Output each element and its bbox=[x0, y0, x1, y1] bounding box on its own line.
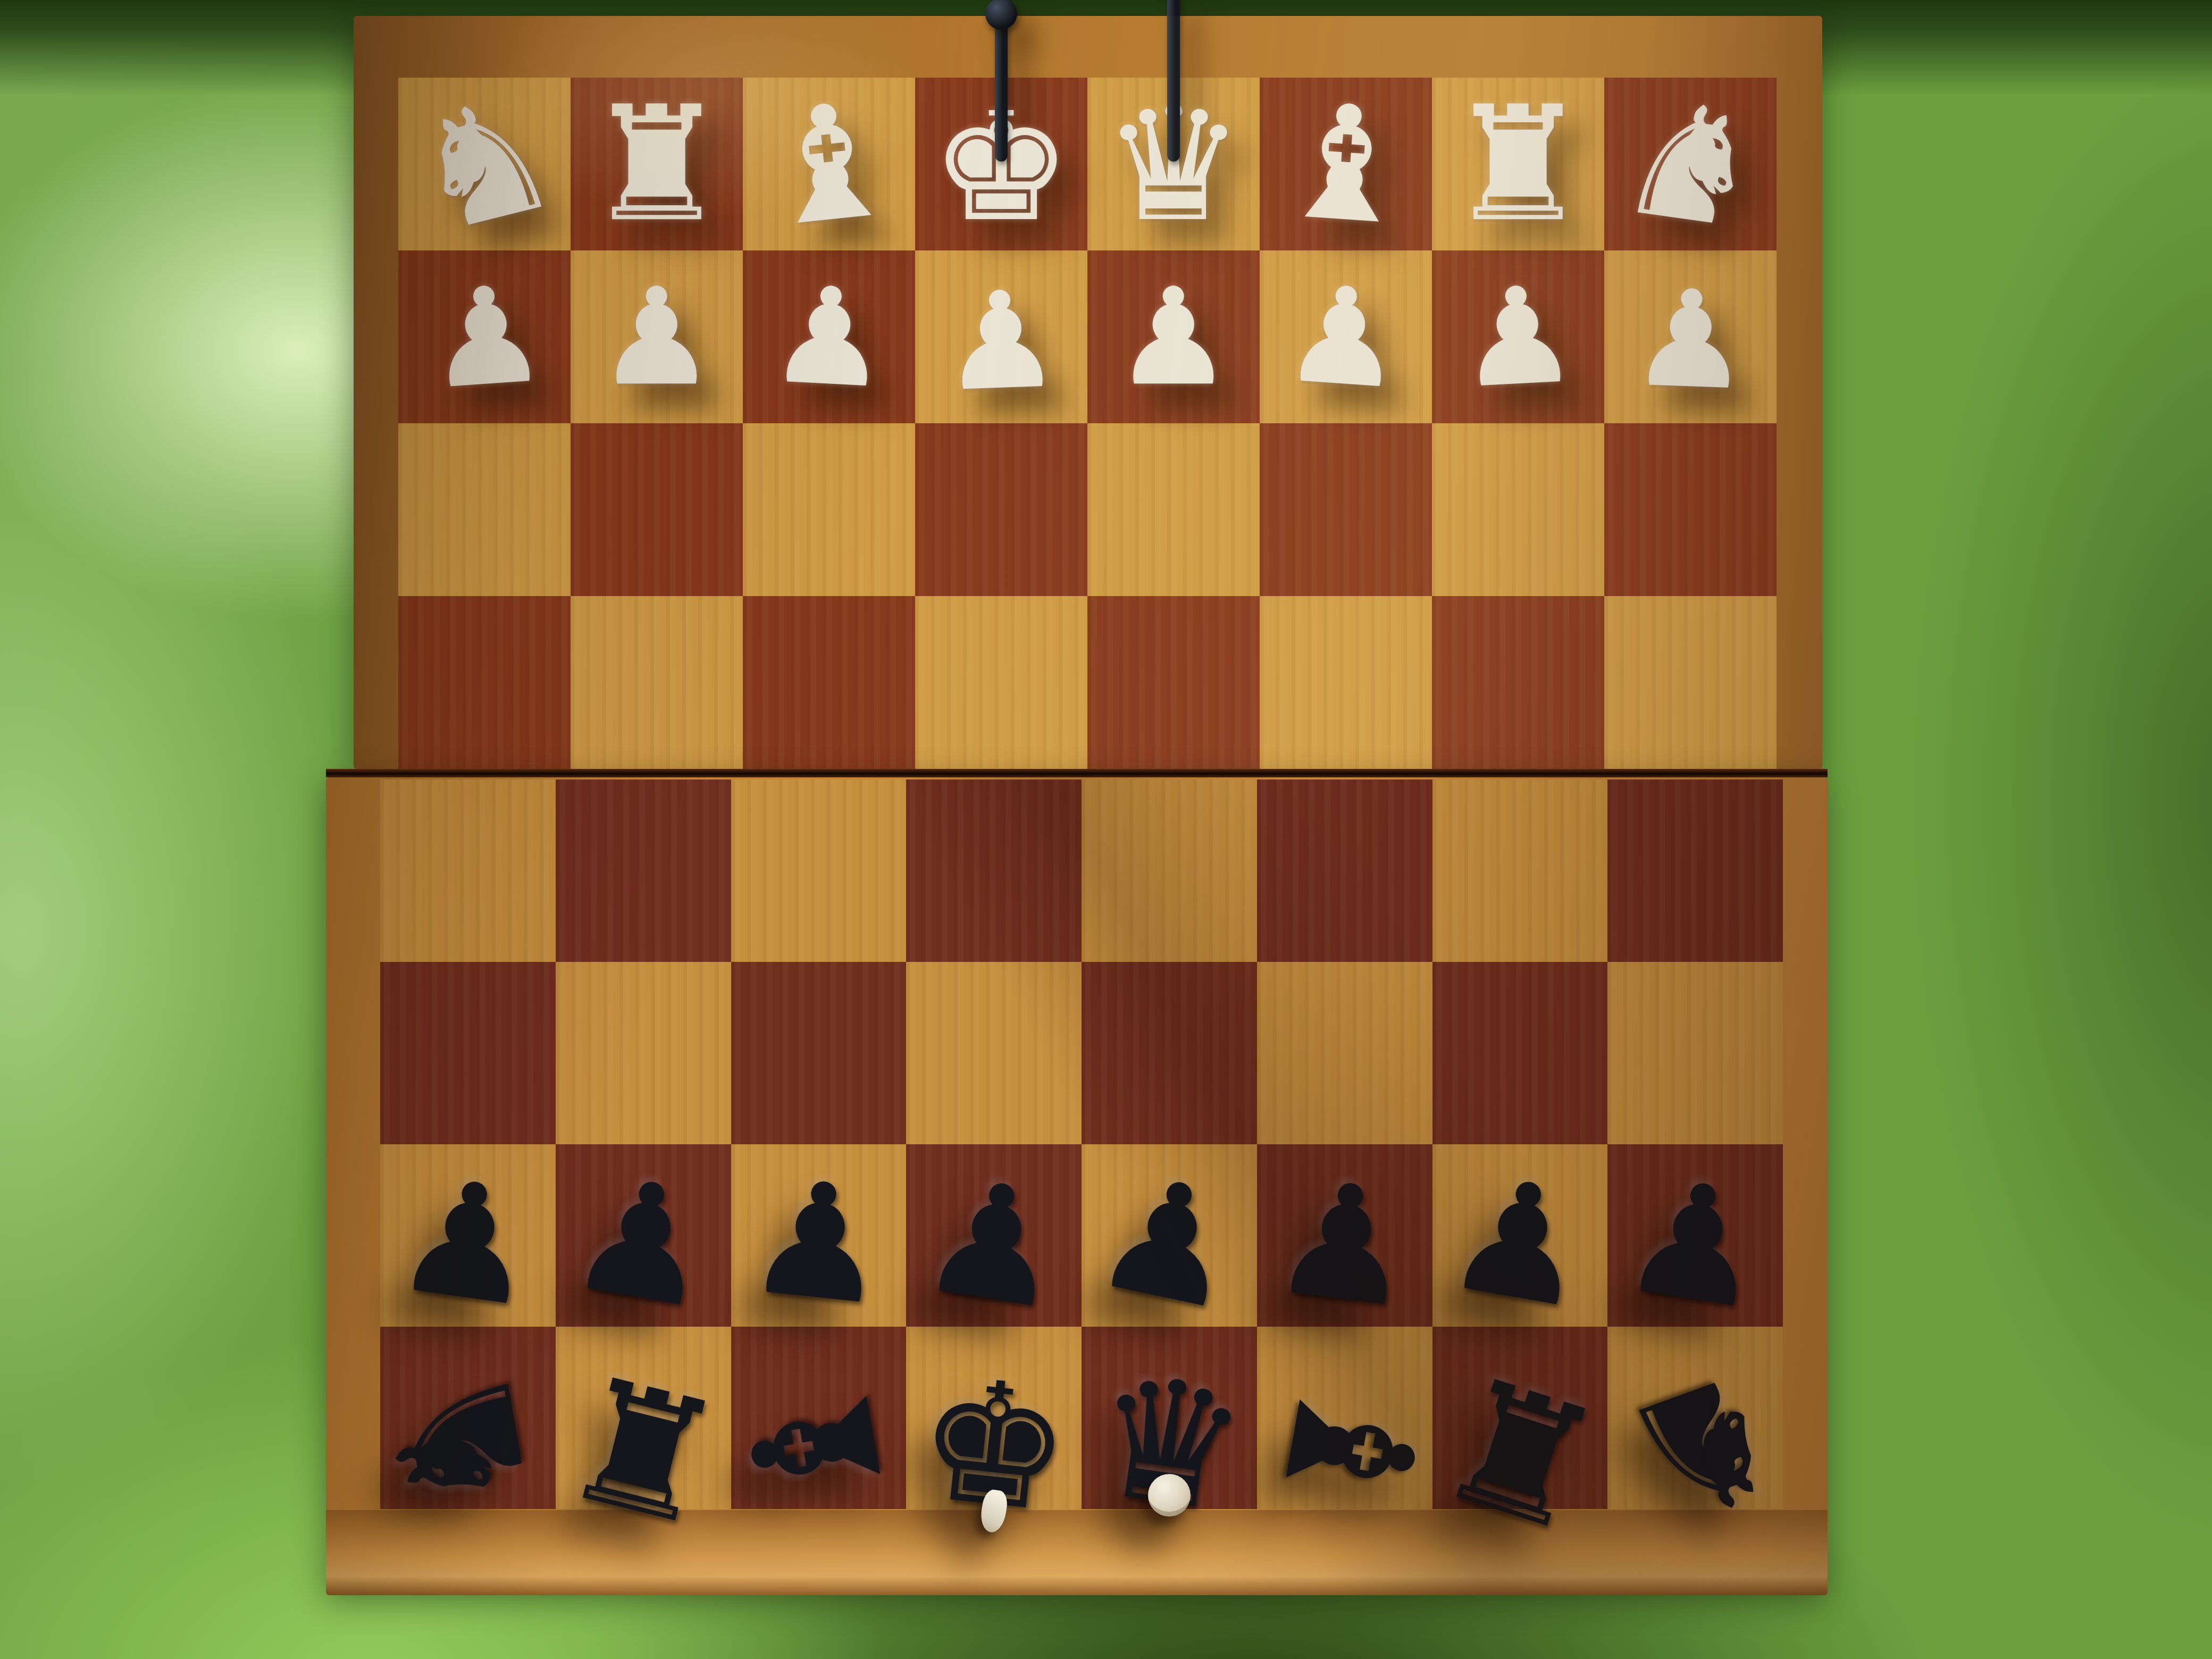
white-pawn-b2[interactable]: ♟ bbox=[1432, 250, 1604, 423]
square-b7[interactable]: ♟ bbox=[1432, 1144, 1608, 1327]
white-bishop-f1[interactable]: ♝ bbox=[743, 78, 915, 250]
black-rook-g8[interactable]: ♜ bbox=[556, 1327, 731, 1509]
square-c7[interactable]: ♟ bbox=[1257, 1144, 1432, 1327]
square-f8[interactable]: ♝ bbox=[731, 1327, 907, 1509]
square-f5[interactable] bbox=[731, 780, 907, 962]
square-b1[interactable]: ♜ bbox=[1432, 78, 1604, 250]
square-f2[interactable]: ♟ bbox=[743, 250, 915, 423]
square-c8[interactable]: ♝ bbox=[1257, 1327, 1432, 1509]
square-g4[interactable] bbox=[571, 596, 743, 769]
black-rook-b8[interactable]: ♜ bbox=[1432, 1327, 1608, 1509]
black-pawn-a7[interactable]: ♟ bbox=[1607, 1144, 1783, 1327]
square-h5[interactable] bbox=[380, 780, 556, 962]
square-d2[interactable]: ♟ bbox=[1087, 250, 1260, 423]
square-a1[interactable]: ♞ bbox=[1604, 78, 1777, 250]
square-h3[interactable] bbox=[398, 423, 571, 596]
white-king-e1[interactable]: ♚ bbox=[915, 78, 1087, 250]
black-bishop-c8[interactable]: ♝ bbox=[1257, 1327, 1432, 1509]
white-bishop-c1[interactable]: ♝ bbox=[1260, 78, 1432, 250]
black-pawn-d7[interactable]: ♟ bbox=[1082, 1144, 1257, 1327]
white-pawn-h2[interactable]: ♟ bbox=[398, 250, 571, 423]
square-d4[interactable] bbox=[1087, 596, 1260, 769]
black-pawn-f7[interactable]: ♟ bbox=[731, 1144, 907, 1327]
square-h4[interactable] bbox=[398, 596, 571, 769]
square-f3[interactable] bbox=[743, 423, 915, 596]
square-d5[interactable] bbox=[1082, 780, 1257, 962]
white-pawn-e2[interactable]: ♟ bbox=[915, 250, 1087, 423]
square-f4[interactable] bbox=[743, 596, 915, 769]
square-e3[interactable] bbox=[915, 423, 1087, 596]
square-e1[interactable]: ♚ bbox=[915, 78, 1087, 250]
square-d7[interactable]: ♟ bbox=[1082, 1144, 1257, 1327]
black-queen-d8[interactable]: ♛ bbox=[1082, 1327, 1257, 1509]
square-g7[interactable]: ♟ bbox=[556, 1144, 731, 1327]
square-a8[interactable]: ♞ bbox=[1607, 1327, 1783, 1509]
square-e6[interactable] bbox=[906, 962, 1082, 1144]
square-a3[interactable] bbox=[1604, 423, 1777, 596]
square-c6[interactable] bbox=[1257, 962, 1432, 1144]
square-b8[interactable]: ♜ bbox=[1432, 1327, 1608, 1509]
square-f1[interactable]: ♝ bbox=[743, 78, 915, 250]
square-h1[interactable]: ♞ bbox=[398, 78, 571, 250]
dark-finial-knob bbox=[985, 0, 1017, 30]
square-a2[interactable]: ♟ bbox=[1604, 250, 1777, 423]
square-e7[interactable]: ♟ bbox=[906, 1144, 1082, 1327]
board-squares-bottom: ♟♟♟♟♟♟♟♟♞♜♝♚♛♝♜♞ bbox=[380, 780, 1783, 1509]
black-pawn-h7[interactable]: ♟ bbox=[380, 1144, 556, 1327]
white-knight-a1[interactable]: ♞ bbox=[1604, 78, 1777, 250]
square-b4[interactable] bbox=[1432, 596, 1604, 769]
square-a5[interactable] bbox=[1607, 780, 1783, 962]
square-g8[interactable]: ♜ bbox=[556, 1327, 731, 1509]
board-hinge-seam bbox=[326, 769, 1828, 777]
white-pawn-f2[interactable]: ♟ bbox=[743, 250, 915, 423]
square-b5[interactable] bbox=[1432, 780, 1608, 962]
square-f6[interactable] bbox=[731, 962, 907, 1144]
black-king-e8[interactable]: ♚ bbox=[906, 1327, 1082, 1509]
square-h2[interactable]: ♟ bbox=[398, 250, 571, 423]
photo-canvas: ♞♜♝♚♛♝♜♞♟♟♟♟♟♟♟♟ ♟♟♟♟♟♟♟♟♞♜♝♚♛♝♜♞ bbox=[0, 0, 2212, 1659]
square-c2[interactable]: ♟ bbox=[1260, 250, 1432, 423]
square-a6[interactable] bbox=[1607, 962, 1783, 1144]
square-g6[interactable] bbox=[556, 962, 731, 1144]
board-bottom-half: ♟♟♟♟♟♟♟♟♞♜♝♚♛♝♜♞ bbox=[326, 777, 1828, 1595]
black-bishop-f8[interactable]: ♝ bbox=[731, 1327, 907, 1509]
board-top-half: ♞♜♝♚♛♝♜♞♟♟♟♟♟♟♟♟ bbox=[354, 16, 1822, 769]
square-g3[interactable] bbox=[571, 423, 743, 596]
black-pawn-c7[interactable]: ♟ bbox=[1257, 1144, 1432, 1327]
square-e4[interactable] bbox=[915, 596, 1087, 769]
square-b3[interactable] bbox=[1432, 423, 1604, 596]
square-a4[interactable] bbox=[1604, 596, 1777, 769]
black-pawn-b7[interactable]: ♟ bbox=[1432, 1144, 1608, 1327]
black-knight-h8[interactable]: ♞ bbox=[380, 1327, 556, 1509]
white-pawn-a2[interactable]: ♟ bbox=[1604, 250, 1777, 423]
square-b2[interactable]: ♟ bbox=[1432, 250, 1604, 423]
square-c3[interactable] bbox=[1260, 423, 1432, 596]
square-h7[interactable]: ♟ bbox=[380, 1144, 556, 1327]
square-g2[interactable]: ♟ bbox=[571, 250, 743, 423]
square-g1[interactable]: ♜ bbox=[571, 78, 743, 250]
square-a7[interactable]: ♟ bbox=[1607, 1144, 1783, 1327]
white-pawn-g2[interactable]: ♟ bbox=[571, 250, 743, 423]
white-rook-g1[interactable]: ♜ bbox=[571, 78, 743, 250]
white-knight-h1[interactable]: ♞ bbox=[398, 78, 571, 250]
square-c5[interactable] bbox=[1257, 780, 1432, 962]
square-g5[interactable] bbox=[556, 780, 731, 962]
square-e5[interactable] bbox=[906, 780, 1082, 962]
square-f7[interactable]: ♟ bbox=[731, 1144, 907, 1327]
black-knight-a8[interactable]: ♞ bbox=[1607, 1327, 1783, 1509]
square-b6[interactable] bbox=[1432, 962, 1608, 1144]
square-c1[interactable]: ♝ bbox=[1260, 78, 1432, 250]
square-d1[interactable]: ♛ bbox=[1087, 78, 1260, 250]
white-pawn-c2[interactable]: ♟ bbox=[1260, 250, 1432, 423]
board-squares-top: ♞♜♝♚♛♝♜♞♟♟♟♟♟♟♟♟ bbox=[398, 78, 1777, 769]
square-c4[interactable] bbox=[1260, 596, 1432, 769]
square-h6[interactable] bbox=[380, 962, 556, 1144]
black-pawn-e7[interactable]: ♟ bbox=[906, 1144, 1082, 1327]
square-d8[interactable]: ♛ bbox=[1082, 1327, 1257, 1509]
square-e8[interactable]: ♚ bbox=[906, 1327, 1082, 1509]
square-d3[interactable] bbox=[1087, 423, 1260, 596]
white-pawn-d2[interactable]: ♟ bbox=[1087, 250, 1260, 423]
square-e2[interactable]: ♟ bbox=[915, 250, 1087, 423]
square-d6[interactable] bbox=[1082, 962, 1257, 1144]
white-rook-b1[interactable]: ♜ bbox=[1432, 78, 1604, 250]
black-pawn-g7[interactable]: ♟ bbox=[556, 1144, 731, 1327]
square-h8[interactable]: ♞ bbox=[380, 1327, 556, 1509]
white-queen-d1[interactable]: ♛ bbox=[1087, 78, 1260, 250]
